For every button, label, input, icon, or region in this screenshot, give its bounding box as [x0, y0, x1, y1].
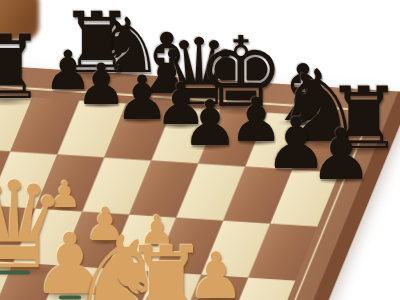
piece-black-pawn-h7: ♟ [309, 127, 373, 182]
black-piece-glyph: ♟ [182, 99, 238, 148]
chess-product-photo: ♜♜♞♝♛♚♝♞♜♟♟♟♟♟♟♟♟♛♟♟♟♟♞♜♟ [0, 0, 400, 300]
piece-white-rook: ♜ [123, 245, 209, 300]
white-piece-glyph: ♜ [123, 245, 209, 300]
piece-black-rook-edge: ♜ [0, 34, 45, 103]
black-piece-glyph: ♜ [0, 34, 45, 103]
piece-black-pawn-e7: ♟ [182, 99, 238, 148]
black-piece-glyph: ♟ [309, 127, 373, 182]
